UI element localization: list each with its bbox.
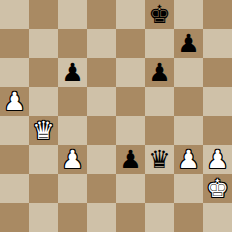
square-g3[interactable]: ♟ [174, 145, 203, 174]
square-e1[interactable] [116, 203, 145, 232]
square-f8[interactable]: ♚ [145, 0, 174, 29]
square-c3[interactable]: ♟ [58, 145, 87, 174]
chess-board: ♚♟♟♟♟♛♟♟♛♟♟♚ [0, 0, 232, 232]
piece-black-pawn[interactable]: ♟ [119, 145, 141, 174]
piece-black-queen[interactable]: ♛ [148, 145, 170, 174]
square-h1[interactable] [203, 203, 232, 232]
piece-black-pawn[interactable]: ♟ [148, 58, 170, 87]
piece-white-pawn[interactable]: ♟ [206, 145, 228, 174]
square-b2[interactable] [29, 174, 58, 203]
square-h4[interactable] [203, 116, 232, 145]
square-g2[interactable] [174, 174, 203, 203]
square-d2[interactable] [87, 174, 116, 203]
square-e4[interactable] [116, 116, 145, 145]
square-b6[interactable] [29, 58, 58, 87]
square-b3[interactable] [29, 145, 58, 174]
square-b7[interactable] [29, 29, 58, 58]
square-f2[interactable] [145, 174, 174, 203]
square-h8[interactable] [203, 0, 232, 29]
square-b5[interactable] [29, 87, 58, 116]
square-d6[interactable] [87, 58, 116, 87]
square-f5[interactable] [145, 87, 174, 116]
square-d8[interactable] [87, 0, 116, 29]
square-d1[interactable] [87, 203, 116, 232]
square-g1[interactable] [174, 203, 203, 232]
square-h7[interactable] [203, 29, 232, 58]
square-g4[interactable] [174, 116, 203, 145]
square-c1[interactable] [58, 203, 87, 232]
square-h2[interactable]: ♚ [203, 174, 232, 203]
piece-white-queen[interactable]: ♛ [32, 116, 54, 145]
square-c4[interactable] [58, 116, 87, 145]
square-d4[interactable] [87, 116, 116, 145]
square-d7[interactable] [87, 29, 116, 58]
square-a7[interactable] [0, 29, 29, 58]
square-a3[interactable] [0, 145, 29, 174]
square-a4[interactable] [0, 116, 29, 145]
square-b4[interactable]: ♛ [29, 116, 58, 145]
square-d5[interactable] [87, 87, 116, 116]
square-b8[interactable] [29, 0, 58, 29]
square-f6[interactable]: ♟ [145, 58, 174, 87]
square-f7[interactable] [145, 29, 174, 58]
square-h6[interactable] [203, 58, 232, 87]
square-h5[interactable] [203, 87, 232, 116]
square-h3[interactable]: ♟ [203, 145, 232, 174]
piece-white-pawn[interactable]: ♟ [61, 145, 83, 174]
piece-white-pawn[interactable]: ♟ [177, 145, 199, 174]
square-g8[interactable] [174, 0, 203, 29]
square-c8[interactable] [58, 0, 87, 29]
piece-white-pawn[interactable]: ♟ [3, 87, 25, 116]
square-a8[interactable] [0, 0, 29, 29]
square-e3[interactable]: ♟ [116, 145, 145, 174]
square-d3[interactable] [87, 145, 116, 174]
square-e5[interactable] [116, 87, 145, 116]
square-g7[interactable]: ♟ [174, 29, 203, 58]
square-f1[interactable] [145, 203, 174, 232]
square-e7[interactable] [116, 29, 145, 58]
square-f3[interactable]: ♛ [145, 145, 174, 174]
piece-white-king[interactable]: ♚ [206, 174, 228, 203]
piece-black-pawn[interactable]: ♟ [61, 58, 83, 87]
square-c6[interactable]: ♟ [58, 58, 87, 87]
square-a5[interactable]: ♟ [0, 87, 29, 116]
piece-black-king[interactable]: ♚ [148, 0, 170, 29]
square-c7[interactable] [58, 29, 87, 58]
square-c2[interactable] [58, 174, 87, 203]
square-g5[interactable] [174, 87, 203, 116]
square-f4[interactable] [145, 116, 174, 145]
square-a1[interactable] [0, 203, 29, 232]
square-e2[interactable] [116, 174, 145, 203]
square-g6[interactable] [174, 58, 203, 87]
square-e8[interactable] [116, 0, 145, 29]
square-c5[interactable] [58, 87, 87, 116]
square-a2[interactable] [0, 174, 29, 203]
square-b1[interactable] [29, 203, 58, 232]
square-a6[interactable] [0, 58, 29, 87]
square-e6[interactable] [116, 58, 145, 87]
piece-black-pawn[interactable]: ♟ [177, 29, 199, 58]
